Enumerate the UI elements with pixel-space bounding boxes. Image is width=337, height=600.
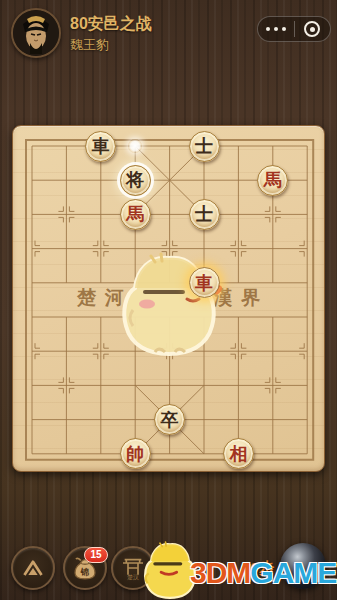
chevron-up-icon	[19, 554, 47, 582]
piece-red-馬[interactable]: 馬	[120, 199, 151, 230]
more-menu-icon[interactable]	[258, 27, 294, 31]
close-circle-icon[interactable]	[295, 21, 331, 37]
piece-black-車[interactable]: 車	[85, 131, 116, 162]
bag-count-badge: 15	[84, 547, 108, 563]
svg-text:楚汉: 楚汉	[127, 574, 139, 581]
piece-red-帥[interactable]: 帥	[120, 438, 151, 469]
general-portrait-icon	[13, 10, 59, 56]
player-avatar[interactable]	[11, 8, 61, 58]
level-title: 80安邑之战	[70, 14, 152, 35]
level-subtitle: 魏王豹	[70, 36, 109, 54]
piece-black-卒[interactable]: 卒	[154, 404, 185, 435]
piece-red-車[interactable]: 車	[189, 267, 220, 298]
piece-black-将[interactable]: 将	[120, 165, 151, 196]
watermark-3dm: 3DM	[190, 556, 250, 589]
miniprogram-capsule	[257, 16, 331, 42]
xiangqi-board[interactable]: 楚河 漢界 車士将馬馬士車卒帥相	[12, 125, 325, 472]
piece-red-馬[interactable]: 馬	[257, 165, 288, 196]
svg-text:锦: 锦	[80, 567, 90, 577]
watermark-game: GAME	[250, 556, 336, 589]
watermark-3dmgame: 3DMGAME	[190, 556, 336, 590]
piece-black-士[interactable]: 士	[189, 131, 220, 162]
piece-red-相[interactable]: 相	[223, 438, 254, 469]
expand-button[interactable]	[11, 546, 55, 590]
piece-black-士[interactable]: 士	[189, 199, 220, 230]
